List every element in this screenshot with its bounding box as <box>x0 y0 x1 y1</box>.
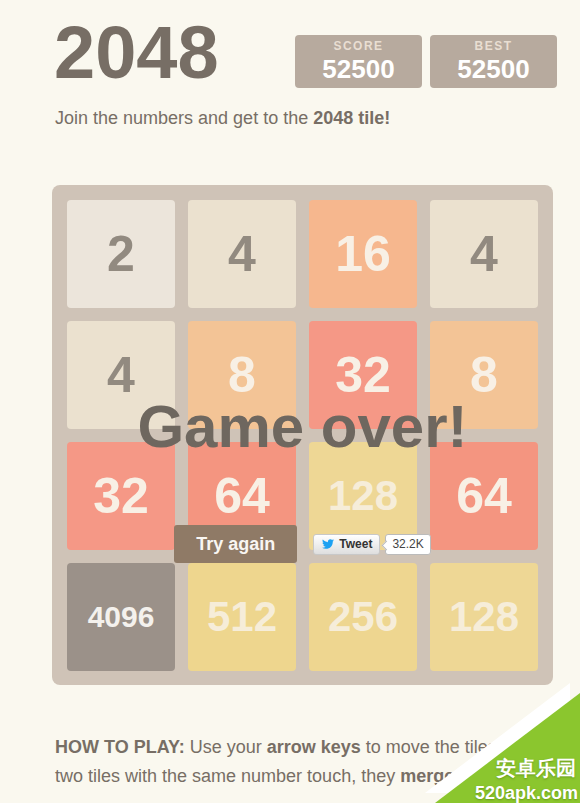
watermark-site-url: 520apk.com <box>475 783 578 803</box>
how-to-play-label: HOW TO PLAY: <box>55 737 185 757</box>
how-to-play-text: Use your <box>185 737 267 757</box>
best-box: BEST 52500 <box>430 35 557 88</box>
game-over-message: Game over! <box>52 397 553 457</box>
game-title: 2048 <box>54 16 219 90</box>
try-again-button[interactable]: Try again <box>174 525 297 563</box>
how-to-play-text: two tiles with the same number touch, th… <box>55 766 400 786</box>
twitter-bird-icon <box>321 538 335 550</box>
tweet-widget: Tweet 32.2K <box>313 534 430 555</box>
game-board: 24164483283264128644096512256128 Game ov… <box>52 185 553 685</box>
subtitle-goal: 2048 tile! <box>313 108 390 128</box>
arrow-keys-text: arrow keys <box>267 737 361 757</box>
score-box: SCORE 52500 <box>295 35 422 88</box>
best-label: BEST <box>474 39 512 53</box>
score-value: 52500 <box>322 54 394 85</box>
game-over-overlay: Game over! Try again Tweet 32.2K <box>52 185 553 685</box>
score-panel: SCORE 52500 BEST 52500 <box>295 35 557 88</box>
watermark: 安卓乐园 520apk.com <box>435 693 580 803</box>
tweet-label: Tweet <box>339 537 372 551</box>
game-over-actions: Try again Tweet 32.2K <box>52 525 553 563</box>
best-value: 52500 <box>457 54 529 85</box>
subtitle-text: Join the numbers and get to the <box>55 108 313 128</box>
score-label: SCORE <box>333 39 383 53</box>
tweet-button[interactable]: Tweet <box>313 534 380 555</box>
page: 2048 SCORE 52500 BEST 52500 Join the num… <box>0 0 580 803</box>
tweet-count[interactable]: 32.2K <box>385 534 430 555</box>
watermark-site-name: 安卓乐园 <box>496 755 576 782</box>
subtitle: Join the numbers and get to the 2048 til… <box>55 108 390 129</box>
